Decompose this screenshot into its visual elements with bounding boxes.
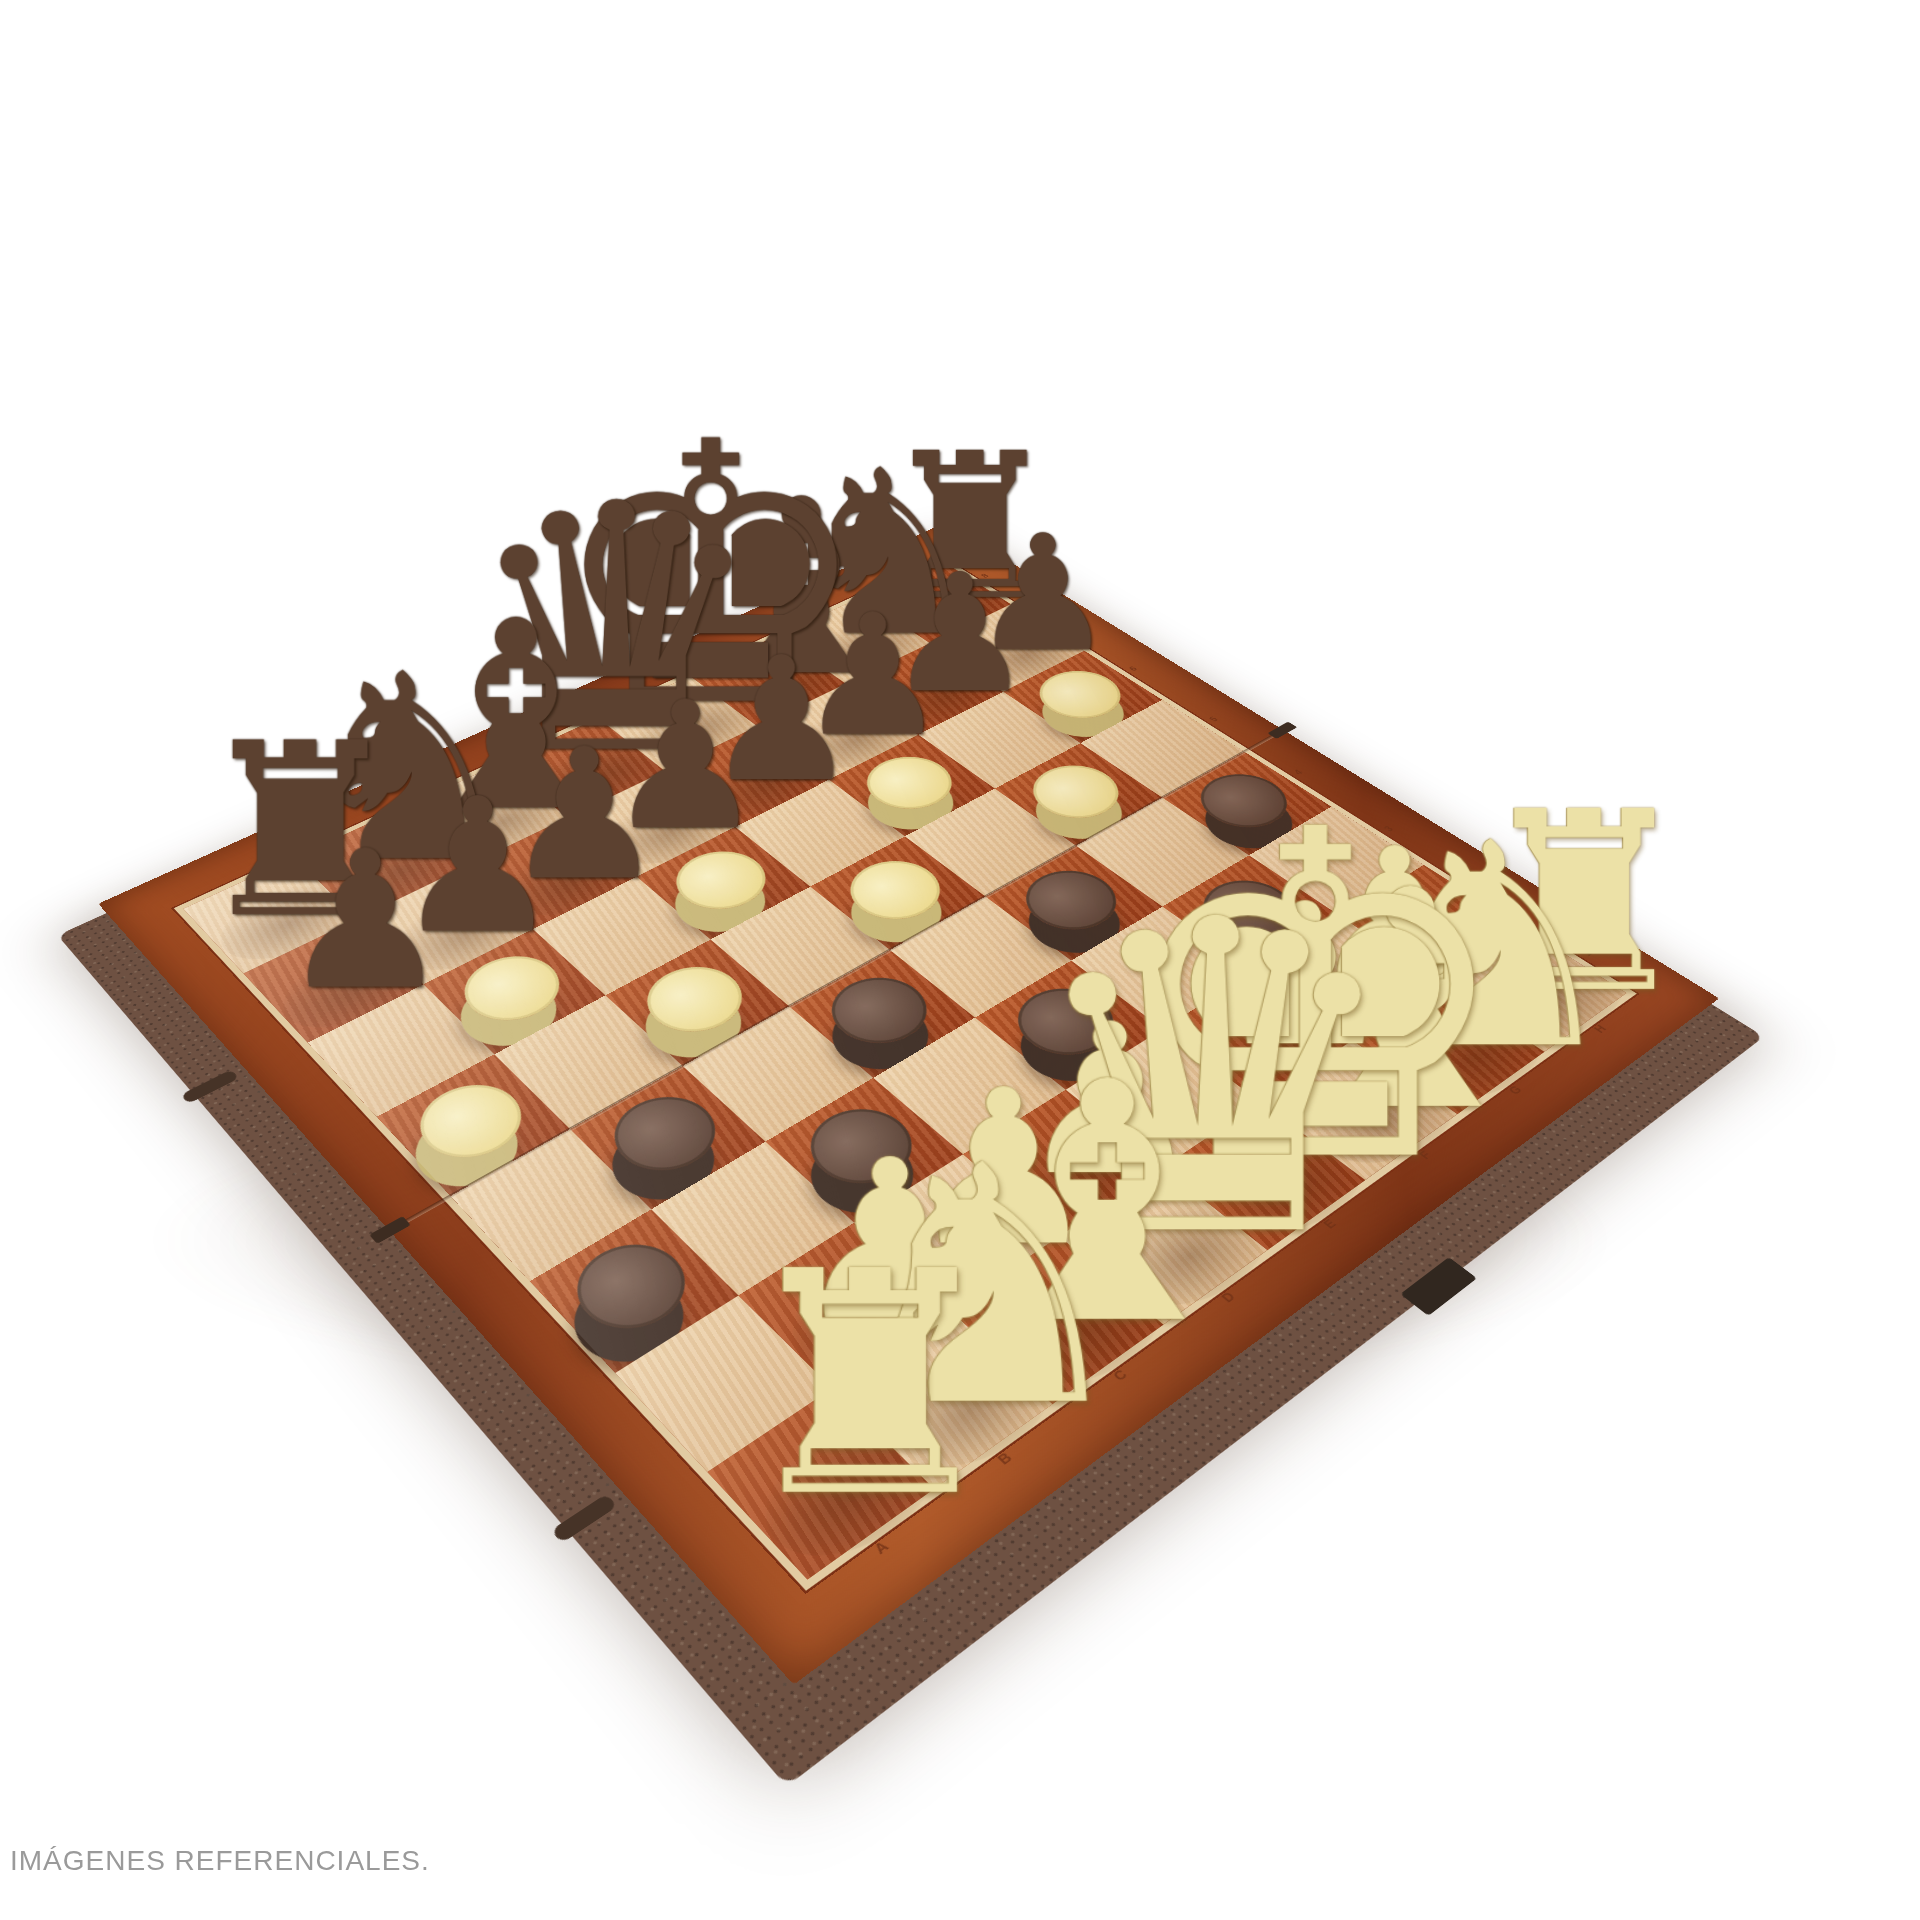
caption-imagenes-referenciales: IMÁGENES REFERENCIALES. <box>10 1845 430 1877</box>
base-notch <box>551 1493 618 1543</box>
checker-cream[interactable] <box>832 850 958 932</box>
board-grid: ♜♞♝♛♚♝♞♜♟♟♟♟♟♟♟♟♟♟♟♟♟♜♞♝♛♚♝♞♜ <box>174 556 1637 1591</box>
chess-board-3d: ♜♞♝♛♚♝♞♜♟♟♟♟♟♟♟♟♟♟♟♟♟♜♞♝♛♚♝♞♜ ABCDEFGH 8… <box>98 522 1719 1684</box>
checker-cream[interactable] <box>447 944 578 1034</box>
base-notch <box>181 1069 240 1104</box>
piece-dark-pawn[interactable]: ♟ <box>280 831 451 1012</box>
board-frame: ♜♞♝♛♚♝♞♜♟♟♟♟♟♟♟♟♟♟♟♟♟♜♞♝♛♚♝♞♜ ABCDEFGH 8… <box>98 522 1719 1684</box>
piece-light-rook[interactable]: ♜ <box>732 1239 1008 1532</box>
square-a1[interactable]: ♜ <box>708 1388 935 1579</box>
checker-brown[interactable] <box>556 1228 706 1345</box>
product-photo-scene: ♜♞♝♛♚♝♞♜♟♟♟♟♟♟♟♟♟♟♟♟♟♜♞♝♛♚♝♞♜ ABCDEFGH 8… <box>10 140 1770 1760</box>
clasp <box>1400 1257 1477 1316</box>
